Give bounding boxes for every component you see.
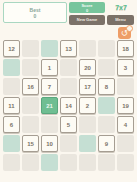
number-tile[interactable]: 16 — [22, 78, 39, 95]
board-size-label: 7x7 — [109, 3, 133, 13]
empty-cell[interactable] — [22, 97, 39, 114]
number-tile[interactable]: 9 — [98, 135, 115, 152]
highlight-cell[interactable] — [98, 97, 115, 114]
empty-cell[interactable] — [3, 78, 20, 95]
number-tile[interactable]: 2 — [79, 97, 96, 114]
score-value: 0 — [86, 8, 88, 13]
empty-cell[interactable] — [60, 154, 77, 171]
highlight-cell[interactable] — [79, 135, 96, 152]
highlight-cell[interactable] — [3, 59, 20, 76]
empty-cell[interactable] — [79, 154, 96, 171]
number-tile[interactable]: 10 — [41, 135, 58, 152]
best-value: 0 — [34, 13, 37, 19]
empty-cell[interactable] — [117, 78, 134, 95]
undo-icon[interactable]: ↺ — [118, 27, 131, 39]
number-tile[interactable]: 15 — [22, 135, 39, 152]
highlight-cell[interactable] — [3, 135, 20, 152]
number-tile[interactable]: 20 — [79, 59, 96, 76]
empty-cell[interactable] — [22, 59, 39, 76]
empty-cell[interactable] — [98, 40, 115, 57]
number-tile[interactable]: 11 — [3, 97, 20, 114]
number-tile[interactable]: 8 — [98, 78, 115, 95]
empty-cell[interactable] — [98, 116, 115, 133]
highlight-cell[interactable] — [41, 154, 58, 171]
empty-cell[interactable] — [60, 135, 77, 152]
menu-button[interactable]: Menu — [107, 15, 134, 25]
number-tile[interactable]: 17 — [79, 78, 96, 95]
new-game-button[interactable]: New Game — [69, 15, 105, 25]
header: Best 0 Score 0 7x7 New Game Menu ↺ — [0, 0, 137, 40]
empty-cell[interactable] — [60, 78, 77, 95]
selected-tile[interactable]: 21 — [41, 97, 58, 114]
empty-cell[interactable] — [117, 154, 134, 171]
undo-badge — [126, 25, 133, 32]
highlight-cell[interactable] — [41, 40, 58, 57]
empty-cell[interactable] — [79, 116, 96, 133]
number-tile[interactable]: 4 — [117, 116, 134, 133]
empty-cell[interactable] — [98, 154, 115, 171]
number-tile[interactable]: 3 — [117, 59, 134, 76]
number-tile[interactable]: 7 — [41, 78, 58, 95]
empty-cell[interactable] — [79, 40, 96, 57]
number-tile[interactable]: 5 — [60, 116, 77, 133]
empty-cell[interactable] — [3, 154, 20, 171]
empty-cell[interactable] — [98, 59, 115, 76]
best-score-box: Best 0 — [3, 2, 67, 23]
number-tile[interactable]: 1 — [41, 59, 58, 76]
empty-cell[interactable] — [22, 40, 39, 57]
number-tile[interactable]: 14 — [60, 97, 77, 114]
score-box: Score 0 — [69, 2, 105, 13]
empty-cell[interactable] — [22, 116, 39, 133]
board: 121318120316717811211421965415109 — [3, 40, 134, 171]
empty-cell[interactable] — [60, 59, 77, 76]
empty-cell[interactable] — [41, 116, 58, 133]
number-tile[interactable]: 6 — [3, 116, 20, 133]
number-tile[interactable]: 19 — [117, 97, 134, 114]
number-tile[interactable]: 12 — [3, 40, 20, 57]
empty-cell[interactable] — [117, 135, 134, 152]
empty-cell[interactable] — [22, 154, 39, 171]
number-tile[interactable]: 13 — [60, 40, 77, 57]
number-tile[interactable]: 18 — [117, 40, 134, 57]
